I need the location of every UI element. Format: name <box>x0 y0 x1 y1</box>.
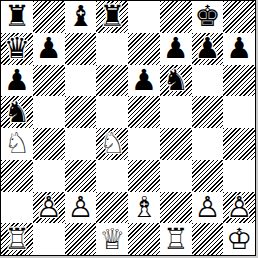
square-d7[interactable] <box>96 33 128 65</box>
piece-black-knight[interactable]: ♞♞ <box>160 65 192 97</box>
square-g5[interactable] <box>192 96 224 128</box>
piece-white-pawn[interactable]: ♟♙ <box>192 192 224 224</box>
square-b6[interactable] <box>33 65 65 97</box>
square-b4[interactable] <box>33 128 65 160</box>
piece-white-knight[interactable]: ♞♘ <box>96 128 128 160</box>
piece-black-pawn[interactable]: ♟♟ <box>223 33 255 65</box>
square-b7[interactable]: ♟♟ <box>33 33 65 65</box>
piece-black-pawn[interactable]: ♟♟ <box>1 65 33 97</box>
black-pawn-icon: ♟ <box>160 33 192 65</box>
square-c7[interactable] <box>65 33 97 65</box>
white-bishop-icon: ♗ <box>128 192 160 224</box>
square-g6[interactable] <box>192 65 224 97</box>
square-g4[interactable] <box>192 128 224 160</box>
piece-white-pawn[interactable]: ♟♙ <box>65 192 97 224</box>
square-f3[interactable] <box>160 160 192 192</box>
black-bishop-icon: ♝ <box>65 1 97 33</box>
white-pawn-icon: ♙ <box>33 192 65 224</box>
square-f8[interactable] <box>160 1 192 33</box>
piece-black-rook[interactable]: ♜♜ <box>96 1 128 33</box>
piece-black-knight[interactable]: ♞♞ <box>1 96 33 128</box>
piece-black-rook[interactable]: ♜♜ <box>1 1 33 33</box>
square-h6[interactable] <box>223 65 255 97</box>
square-a5[interactable]: ♞♞ <box>1 96 33 128</box>
square-h8[interactable] <box>223 1 255 33</box>
piece-white-knight[interactable]: ♞♘ <box>1 128 33 160</box>
black-knight-icon: ♞ <box>160 65 192 97</box>
square-h4[interactable] <box>223 128 255 160</box>
piece-white-pawn[interactable]: ♟♙ <box>33 192 65 224</box>
square-h2[interactable]: ♟♙ <box>223 192 255 224</box>
piece-white-queen[interactable]: ♛♕ <box>96 223 128 255</box>
piece-white-rook[interactable]: ♜♖ <box>1 223 33 255</box>
square-e8[interactable] <box>128 1 160 33</box>
square-h5[interactable] <box>223 96 255 128</box>
square-f2[interactable] <box>160 192 192 224</box>
black-pawn-icon: ♟ <box>33 33 65 65</box>
white-pawn-icon: ♙ <box>192 192 224 224</box>
square-f7[interactable]: ♟♟ <box>160 33 192 65</box>
square-g2[interactable]: ♟♙ <box>192 192 224 224</box>
square-d1[interactable]: ♛♕ <box>96 223 128 255</box>
square-b8[interactable] <box>33 1 65 33</box>
square-c6[interactable] <box>65 65 97 97</box>
square-h1[interactable]: ♚♔ <box>223 223 255 255</box>
square-e2[interactable]: ♝♗ <box>128 192 160 224</box>
piece-white-rook[interactable]: ♜♖ <box>160 223 192 255</box>
square-e5[interactable] <box>128 96 160 128</box>
piece-white-king[interactable]: ♚♔ <box>223 223 255 255</box>
piece-black-pawn[interactable]: ♟♟ <box>160 33 192 65</box>
square-a4[interactable]: ♞♘ <box>1 128 33 160</box>
piece-white-pawn[interactable]: ♟♙ <box>223 192 255 224</box>
square-d4[interactable]: ♞♘ <box>96 128 128 160</box>
white-knight-icon: ♘ <box>96 128 128 160</box>
square-c4[interactable] <box>65 128 97 160</box>
square-a3[interactable] <box>1 160 33 192</box>
black-pawn-icon: ♟ <box>1 65 33 97</box>
white-pawn-icon: ♙ <box>65 192 97 224</box>
square-e1[interactable] <box>128 223 160 255</box>
white-knight-icon: ♘ <box>1 128 33 160</box>
square-h7[interactable]: ♟♟ <box>223 33 255 65</box>
black-pawn-icon: ♟ <box>223 33 255 65</box>
square-a1[interactable]: ♜♖ <box>1 223 33 255</box>
piece-black-queen[interactable]: ♛♛ <box>1 33 33 65</box>
square-c1[interactable] <box>65 223 97 255</box>
square-e6[interactable]: ♟♟ <box>128 65 160 97</box>
square-f6[interactable]: ♞♞ <box>160 65 192 97</box>
black-queen-icon: ♛ <box>1 33 33 65</box>
white-pawn-icon: ♙ <box>223 192 255 224</box>
square-g7[interactable]: ♟♟ <box>192 33 224 65</box>
piece-black-king[interactable]: ♚♚ <box>192 1 224 33</box>
square-c3[interactable] <box>65 160 97 192</box>
square-c5[interactable] <box>65 96 97 128</box>
square-d5[interactable] <box>96 96 128 128</box>
square-g8[interactable]: ♚♚ <box>192 1 224 33</box>
square-d8[interactable]: ♜♜ <box>96 1 128 33</box>
square-g1[interactable] <box>192 223 224 255</box>
square-c2[interactable]: ♟♙ <box>65 192 97 224</box>
square-f1[interactable]: ♜♖ <box>160 223 192 255</box>
square-e3[interactable] <box>128 160 160 192</box>
square-c8[interactable]: ♝♝ <box>65 1 97 33</box>
white-king-icon: ♔ <box>223 223 255 255</box>
square-a8[interactable]: ♜♜ <box>1 1 33 33</box>
square-b5[interactable] <box>33 96 65 128</box>
black-rook-icon: ♜ <box>96 1 128 33</box>
white-rook-icon: ♖ <box>1 223 33 255</box>
white-queen-icon: ♕ <box>96 223 128 255</box>
square-b1[interactable] <box>33 223 65 255</box>
square-h3[interactable] <box>223 160 255 192</box>
square-a7[interactable]: ♛♛ <box>1 33 33 65</box>
square-a6[interactable]: ♟♟ <box>1 65 33 97</box>
square-d6[interactable] <box>96 65 128 97</box>
piece-white-bishop[interactable]: ♝♗ <box>128 192 160 224</box>
square-b2[interactable]: ♟♙ <box>33 192 65 224</box>
black-rook-icon: ♜ <box>1 1 33 33</box>
square-a2[interactable] <box>1 192 33 224</box>
square-e4[interactable] <box>128 128 160 160</box>
piece-black-pawn[interactable]: ♟♟ <box>128 65 160 97</box>
piece-black-pawn[interactable]: ♟♟ <box>33 33 65 65</box>
square-e7[interactable] <box>128 33 160 65</box>
chess-board: ♜♜♝♝♜♜♚♚♛♛♟♟♟♟♟♟♟♟♟♟♟♟♞♞♞♞♞♘♞♘♟♙♟♙♝♗♟♙♟♙… <box>0 0 256 256</box>
square-f5[interactable] <box>160 96 192 128</box>
black-pawn-icon: ♟ <box>128 65 160 97</box>
piece-black-bishop[interactable]: ♝♝ <box>65 1 97 33</box>
black-king-icon: ♚ <box>192 1 224 33</box>
square-b3[interactable] <box>33 160 65 192</box>
black-knight-icon: ♞ <box>1 96 33 128</box>
square-d2[interactable] <box>96 192 128 224</box>
diagram-canvas: ♜♜♝♝♜♜♚♚♛♛♟♟♟♟♟♟♟♟♟♟♟♟♞♞♞♞♞♘♞♘♟♙♟♙♝♗♟♙♟♙… <box>0 0 258 258</box>
white-rook-icon: ♖ <box>160 223 192 255</box>
square-d3[interactable] <box>96 160 128 192</box>
square-g3[interactable] <box>192 160 224 192</box>
piece-black-pawn[interactable]: ♟♟ <box>192 33 224 65</box>
square-f4[interactable] <box>160 128 192 160</box>
black-pawn-icon: ♟ <box>192 33 224 65</box>
